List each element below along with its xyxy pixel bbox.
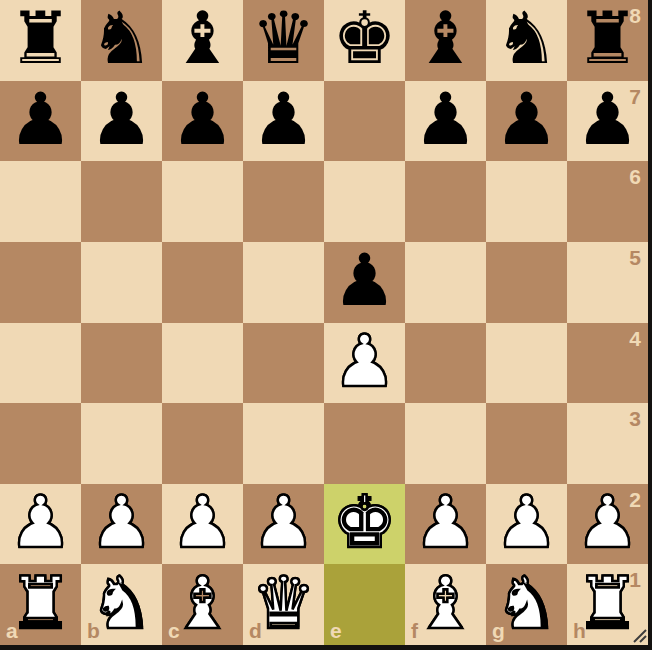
square-f2[interactable]: ♟ <box>405 484 486 565</box>
square-d8[interactable]: ♛ <box>243 0 324 81</box>
chess-board[interactable]: ♜♞♝♛♚♝♞♜8♟♟♟♟♟♟♟76♟5♟43♟♟♟♟♚♟♟♟2♜a♞b♝c♛d… <box>0 0 648 645</box>
square-g6[interactable] <box>486 161 567 242</box>
piece-white-pawn-g2[interactable]: ♟ <box>494 486 559 558</box>
square-e2[interactable]: ♚ <box>324 484 405 565</box>
square-b7[interactable]: ♟ <box>81 81 162 162</box>
piece-black-bishop-f8[interactable]: ♝ <box>413 2 478 74</box>
square-g8[interactable]: ♞ <box>486 0 567 81</box>
coordinate-rank-7: 7 <box>629 86 641 107</box>
square-c5[interactable] <box>162 242 243 323</box>
square-a7[interactable]: ♟ <box>0 81 81 162</box>
coordinate-file-g: g <box>492 620 505 641</box>
square-f3[interactable] <box>405 403 486 484</box>
square-d6[interactable] <box>243 161 324 242</box>
square-d4[interactable] <box>243 323 324 404</box>
piece-white-bishop-f1[interactable]: ♝ <box>413 567 478 639</box>
square-d3[interactable] <box>243 403 324 484</box>
square-f8[interactable]: ♝ <box>405 0 486 81</box>
coordinate-rank-8: 8 <box>629 5 641 26</box>
piece-black-pawn-b7[interactable]: ♟ <box>89 83 154 155</box>
square-f1[interactable]: ♝f <box>405 564 486 645</box>
square-a3[interactable] <box>0 403 81 484</box>
piece-black-pawn-f7[interactable]: ♟ <box>413 83 478 155</box>
square-c8[interactable]: ♝ <box>162 0 243 81</box>
square-b3[interactable] <box>81 403 162 484</box>
square-c4[interactable] <box>162 323 243 404</box>
coordinate-rank-6: 6 <box>629 166 641 187</box>
square-e6[interactable] <box>324 161 405 242</box>
square-b4[interactable] <box>81 323 162 404</box>
piece-black-king-e8[interactable]: ♚ <box>332 2 397 74</box>
piece-black-pawn-c7[interactable]: ♟ <box>170 83 235 155</box>
square-e4[interactable]: ♟ <box>324 323 405 404</box>
piece-white-pawn-a2[interactable]: ♟ <box>8 486 73 558</box>
coordinate-file-a: a <box>6 620 18 641</box>
square-e5[interactable]: ♟ <box>324 242 405 323</box>
square-h3[interactable]: 3 <box>567 403 648 484</box>
piece-white-pawn-e4[interactable]: ♟ <box>332 325 397 397</box>
square-c2[interactable]: ♟ <box>162 484 243 565</box>
coordinate-rank-3: 3 <box>629 408 641 429</box>
square-f7[interactable]: ♟ <box>405 81 486 162</box>
coordinate-file-e: e <box>330 620 342 641</box>
square-b5[interactable] <box>81 242 162 323</box>
coordinate-rank-5: 5 <box>629 247 641 268</box>
square-a5[interactable] <box>0 242 81 323</box>
square-c6[interactable] <box>162 161 243 242</box>
piece-black-pawn-e5[interactable]: ♟ <box>332 244 397 316</box>
square-f4[interactable] <box>405 323 486 404</box>
piece-black-knight-g8[interactable]: ♞ <box>494 2 559 74</box>
coordinate-file-d: d <box>249 620 262 641</box>
piece-white-pawn-b2[interactable]: ♟ <box>89 486 154 558</box>
piece-black-rook-a8[interactable]: ♜ <box>8 2 73 74</box>
square-b2[interactable]: ♟ <box>81 484 162 565</box>
square-g2[interactable]: ♟ <box>486 484 567 565</box>
square-b6[interactable] <box>81 161 162 242</box>
piece-black-queen-d8[interactable]: ♛ <box>251 2 316 74</box>
coordinate-rank-2: 2 <box>629 489 641 510</box>
square-f6[interactable] <box>405 161 486 242</box>
square-f5[interactable] <box>405 242 486 323</box>
square-a4[interactable] <box>0 323 81 404</box>
square-h8[interactable]: ♜8 <box>567 0 648 81</box>
piece-white-pawn-c2[interactable]: ♟ <box>170 486 235 558</box>
square-g5[interactable] <box>486 242 567 323</box>
square-h4[interactable]: 4 <box>567 323 648 404</box>
coordinate-file-b: b <box>87 620 100 641</box>
square-d7[interactable]: ♟ <box>243 81 324 162</box>
square-h7[interactable]: ♟7 <box>567 81 648 162</box>
coordinate-file-h: h <box>573 620 586 641</box>
square-h5[interactable]: 5 <box>567 242 648 323</box>
square-b1[interactable]: ♞b <box>81 564 162 645</box>
square-e3[interactable] <box>324 403 405 484</box>
piece-black-pawn-a7[interactable]: ♟ <box>8 83 73 155</box>
square-c3[interactable] <box>162 403 243 484</box>
coordinate-rank-4: 4 <box>629 328 641 349</box>
square-d1[interactable]: ♛d <box>243 564 324 645</box>
square-c7[interactable]: ♟ <box>162 81 243 162</box>
piece-black-pawn-g7[interactable]: ♟ <box>494 83 559 155</box>
square-g1[interactable]: ♞g <box>486 564 567 645</box>
square-d5[interactable] <box>243 242 324 323</box>
square-e8[interactable]: ♚ <box>324 0 405 81</box>
coordinate-file-f: f <box>411 620 418 641</box>
square-a2[interactable]: ♟ <box>0 484 81 565</box>
square-c1[interactable]: ♝c <box>162 564 243 645</box>
piece-black-pawn-d7[interactable]: ♟ <box>251 83 316 155</box>
resize-handle-icon[interactable] <box>631 627 647 643</box>
square-a8[interactable]: ♜ <box>0 0 81 81</box>
square-a6[interactable] <box>0 161 81 242</box>
piece-white-king-e2[interactable]: ♚ <box>332 486 397 558</box>
piece-black-knight-b8[interactable]: ♞ <box>89 2 154 74</box>
square-e7[interactable] <box>324 81 405 162</box>
square-g3[interactable] <box>486 403 567 484</box>
square-d2[interactable]: ♟ <box>243 484 324 565</box>
square-h6[interactable]: 6 <box>567 161 648 242</box>
square-g7[interactable]: ♟ <box>486 81 567 162</box>
coordinate-file-c: c <box>168 620 180 641</box>
piece-black-bishop-c8[interactable]: ♝ <box>170 2 235 74</box>
square-e1[interactable]: e <box>324 564 405 645</box>
square-g4[interactable] <box>486 323 567 404</box>
square-h2[interactable]: ♟2 <box>567 484 648 565</box>
piece-white-pawn-d2[interactable]: ♟ <box>251 486 316 558</box>
square-a1[interactable]: ♜a <box>0 564 81 645</box>
piece-white-pawn-f2[interactable]: ♟ <box>413 486 478 558</box>
square-h1[interactable]: ♜h1 <box>567 564 648 645</box>
coordinate-rank-1: 1 <box>629 569 641 590</box>
square-b8[interactable]: ♞ <box>81 0 162 81</box>
